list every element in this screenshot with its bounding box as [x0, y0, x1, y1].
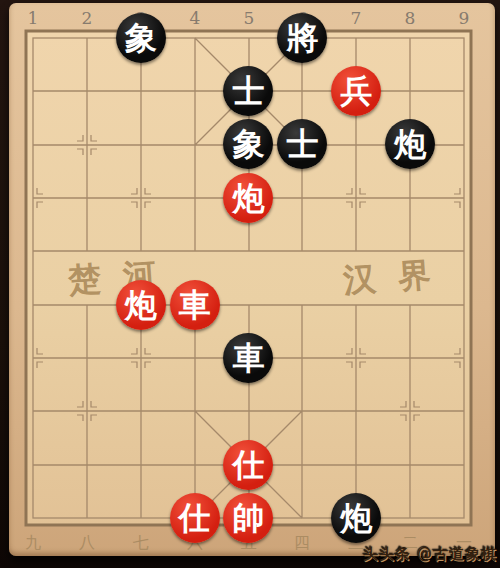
piece-red-advisor[interactable]: 仕 [223, 440, 273, 490]
piece-red-general[interactable]: 帥 [223, 493, 273, 543]
piece-black-cannon[interactable]: 炮 [385, 119, 435, 169]
watermark: 头头条 @古道象棋 [363, 545, 497, 564]
piece-black-cannon[interactable]: 炮 [331, 493, 381, 543]
piece-grid: 象 將 士 兵 象 士 炮 炮 炮 車 車 仕 仕 帥 炮 [6, 11, 491, 545]
watermark-text: 头条 @古道象棋 [379, 545, 497, 563]
piece-red-cannon[interactable]: 炮 [223, 173, 273, 223]
piece-red-advisor[interactable]: 仕 [170, 493, 220, 543]
piece-red-cannon[interactable]: 炮 [116, 280, 166, 330]
piece-black-elephant[interactable]: 象 [223, 119, 273, 169]
watermark-logo-char: 头 [363, 545, 379, 563]
piece-black-general[interactable]: 將 [277, 13, 327, 63]
piece-black-chariot[interactable]: 車 [223, 333, 273, 383]
piece-red-chariot[interactable]: 車 [170, 280, 220, 330]
xiangqi-screenshot: 1 2 3 4 5 6 7 8 9 九 八 七 六 五 四 三 二 一 楚河 汉… [0, 0, 500, 568]
piece-red-soldier[interactable]: 兵 [331, 66, 381, 116]
piece-black-advisor[interactable]: 士 [223, 66, 273, 116]
piece-black-advisor[interactable]: 士 [277, 119, 327, 169]
piece-black-elephant[interactable]: 象 [116, 13, 166, 63]
